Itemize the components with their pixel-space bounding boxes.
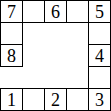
grid-cell-clue: 1 [0, 88, 23, 111]
grid-cell-clue: 7 [0, 0, 23, 23]
grid-cell-empty[interactable] [88, 22, 111, 45]
grid-cell-clue: 2 [44, 88, 67, 111]
grid-cell-empty[interactable] [88, 66, 111, 89]
grid-cell-empty[interactable] [22, 0, 45, 23]
grid-cell-clue: 5 [88, 0, 111, 23]
grid-cell-clue: 8 [0, 44, 23, 67]
grid-cell-clue: 6 [44, 0, 67, 23]
grid-cell-empty[interactable] [66, 0, 89, 23]
grid-cell-clue: 4 [88, 44, 111, 67]
grid-cell-empty[interactable] [22, 88, 45, 111]
grid-cell-empty[interactable] [66, 88, 89, 111]
grid-cell-empty[interactable] [0, 22, 23, 45]
puzzle-board: 76584123 [0, 0, 111, 111]
grid-cell-clue: 3 [88, 88, 111, 111]
